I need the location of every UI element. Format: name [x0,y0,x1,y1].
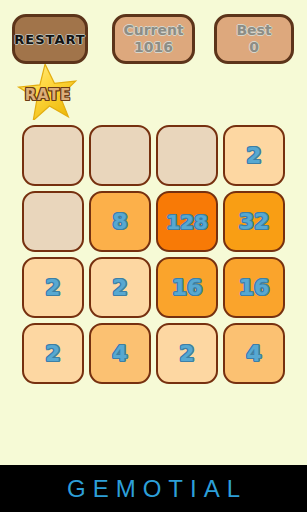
tile-2: 2 [89,257,151,318]
board-grid[interactable]: 28128322216162424 [22,125,285,384]
best-score-badge: Best 0 [214,14,294,64]
rate-button-label: RATE [25,86,71,104]
tile-4: 4 [223,323,285,384]
rate-button[interactable]: RATE [15,64,81,120]
current-score-badge: Current 1016 [112,14,195,64]
restart-button[interactable]: RESTART [12,14,88,64]
current-score-value: 1016 [134,39,173,56]
best-score-value: 0 [249,39,259,56]
empty-cell [156,125,218,186]
tile-2: 2 [22,257,84,318]
tile-16: 16 [223,257,285,318]
brand-logo-text: GEMOTIAL [60,475,247,503]
tile-16: 16 [156,257,218,318]
footer-bar: GEMOTIAL [0,465,307,512]
empty-cell [22,125,84,186]
tile-8: 8 [89,191,151,252]
tile-32: 32 [223,191,285,252]
restart-button-label: RESTART [14,32,85,47]
tile-2: 2 [223,125,285,186]
best-score-label: Best [236,22,271,39]
tile-4: 4 [89,323,151,384]
empty-cell [22,191,84,252]
tile-128: 128 [156,191,218,252]
current-score-label: Current [123,22,183,39]
tile-2: 2 [156,323,218,384]
empty-cell [89,125,151,186]
game-screen: RESTART Current 1016 Best 0 RATE 2812832… [0,0,307,512]
tile-2: 2 [22,323,84,384]
